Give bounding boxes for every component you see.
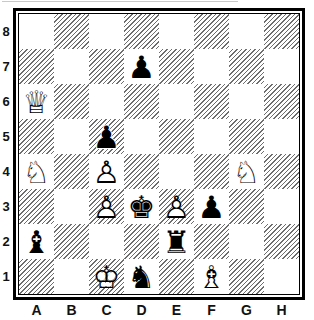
rank-label-8: 8: [0, 14, 12, 49]
black-pawn-glyph: ♟: [89, 121, 124, 152]
black-pawn-glyph: ♟: [194, 191, 229, 222]
board-grid: ♟♛♕♟♞♘♟♙♞♘♟♙♚♟♙♟♝♜♚♔♞♝♗: [19, 14, 299, 294]
file-label-a: A: [19, 301, 54, 318]
white-king: ♚♔: [89, 259, 124, 294]
square-c1[interactable]: ♚♔: [89, 259, 124, 294]
square-g2[interactable]: [229, 224, 264, 259]
square-b8[interactable]: [54, 14, 89, 49]
square-e2[interactable]: ♜: [159, 224, 194, 259]
square-a4[interactable]: ♞♘: [19, 154, 54, 189]
white-pawn-glyph: ♙: [89, 156, 124, 187]
white-pawn: ♟♙: [89, 154, 124, 189]
square-g8[interactable]: [229, 14, 264, 49]
rank-label-4: 4: [0, 154, 12, 189]
square-e8[interactable]: [159, 14, 194, 49]
square-c6[interactable]: [89, 84, 124, 119]
square-h3[interactable]: [264, 189, 299, 224]
square-c8[interactable]: [89, 14, 124, 49]
square-f8[interactable]: [194, 14, 229, 49]
file-label-f: F: [194, 301, 229, 318]
square-d4[interactable]: [124, 154, 159, 189]
black-pawn: ♟: [124, 49, 159, 84]
square-a3[interactable]: [19, 189, 54, 224]
white-pawn: ♟♙: [89, 189, 124, 224]
square-d5[interactable]: [124, 119, 159, 154]
white-queen-glyph: ♕: [19, 86, 54, 117]
square-b3[interactable]: [54, 189, 89, 224]
file-label-e: E: [159, 301, 194, 318]
square-g1[interactable]: [229, 259, 264, 294]
black-bishop: ♝: [19, 224, 54, 259]
black-rook: ♜: [159, 224, 194, 259]
file-label-g: G: [229, 301, 264, 318]
black-pawn: ♟: [89, 119, 124, 154]
square-d8[interactable]: [124, 14, 159, 49]
square-h5[interactable]: [264, 119, 299, 154]
square-b5[interactable]: [54, 119, 89, 154]
square-h2[interactable]: [264, 224, 299, 259]
file-label-h: H: [264, 301, 299, 318]
square-d3[interactable]: ♚: [124, 189, 159, 224]
square-e5[interactable]: [159, 119, 194, 154]
square-h8[interactable]: [264, 14, 299, 49]
board-inner-frame: ♟♛♕♟♞♘♟♙♞♘♟♙♚♟♙♟♝♜♚♔♞♝♗: [18, 13, 300, 295]
rank-label-5: 5: [0, 119, 12, 154]
white-king-glyph: ♔: [89, 261, 124, 292]
rank-labels: 87654321: [0, 14, 12, 294]
square-f3[interactable]: ♟: [194, 189, 229, 224]
white-bishop: ♝♗: [194, 259, 229, 294]
white-knight: ♞♘: [19, 154, 54, 189]
square-h1[interactable]: [264, 259, 299, 294]
black-pawn: ♟: [194, 189, 229, 224]
white-pawn-glyph: ♙: [159, 191, 194, 222]
black-king: ♚: [124, 189, 159, 224]
square-f2[interactable]: [194, 224, 229, 259]
white-knight-glyph: ♘: [19, 156, 54, 187]
chess-diagram: 87654321 ♟♛♕♟♞♘♟♙♞♘♟♙♚♟♙♟♝♜♚♔♞♝♗ ABCDEFG…: [0, 0, 314, 320]
square-h4[interactable]: [264, 154, 299, 189]
black-knight: ♞: [124, 259, 159, 294]
square-h7[interactable]: [264, 49, 299, 84]
square-g6[interactable]: [229, 84, 264, 119]
white-pawn-glyph: ♙: [89, 191, 124, 222]
square-f4[interactable]: [194, 154, 229, 189]
square-d1[interactable]: ♞: [124, 259, 159, 294]
square-d7[interactable]: ♟: [124, 49, 159, 84]
square-h6[interactable]: [264, 84, 299, 119]
square-c4[interactable]: ♟♙: [89, 154, 124, 189]
rank-label-3: 3: [0, 189, 12, 224]
white-knight-glyph: ♘: [229, 156, 264, 187]
square-a5[interactable]: [19, 119, 54, 154]
square-g7[interactable]: [229, 49, 264, 84]
square-d6[interactable]: [124, 84, 159, 119]
square-b6[interactable]: [54, 84, 89, 119]
file-labels: ABCDEFGH: [19, 301, 299, 318]
rank-label-2: 2: [0, 224, 12, 259]
square-f1[interactable]: ♝♗: [194, 259, 229, 294]
square-f7[interactable]: [194, 49, 229, 84]
square-b7[interactable]: [54, 49, 89, 84]
black-king-glyph: ♚: [124, 191, 159, 222]
white-pawn: ♟♙: [159, 189, 194, 224]
black-rook-glyph: ♜: [159, 226, 194, 257]
square-a6[interactable]: ♛♕: [19, 84, 54, 119]
square-a7[interactable]: [19, 49, 54, 84]
square-a8[interactable]: [19, 14, 54, 49]
square-g4[interactable]: ♞♘: [229, 154, 264, 189]
square-d2[interactable]: [124, 224, 159, 259]
square-e7[interactable]: [159, 49, 194, 84]
square-e1[interactable]: [159, 259, 194, 294]
square-e4[interactable]: [159, 154, 194, 189]
square-a1[interactable]: [19, 259, 54, 294]
square-g3[interactable]: [229, 189, 264, 224]
square-c5[interactable]: ♟: [89, 119, 124, 154]
black-bishop-glyph: ♝: [19, 226, 54, 257]
white-bishop-glyph: ♗: [194, 261, 229, 292]
square-e6[interactable]: [159, 84, 194, 119]
rank-label-1: 1: [0, 259, 12, 294]
square-c3[interactable]: ♟♙: [89, 189, 124, 224]
file-label-d: D: [124, 301, 159, 318]
square-c2[interactable]: [89, 224, 124, 259]
black-knight-glyph: ♞: [124, 261, 159, 292]
square-f6[interactable]: [194, 84, 229, 119]
scan-artifact-line: [2, 1, 238, 2]
square-f5[interactable]: [194, 119, 229, 154]
square-e3[interactable]: ♟♙: [159, 189, 194, 224]
white-knight: ♞♘: [229, 154, 264, 189]
square-c7[interactable]: [89, 49, 124, 84]
file-label-b: B: [54, 301, 89, 318]
rank-label-6: 6: [0, 84, 12, 119]
white-queen: ♛♕: [19, 84, 54, 119]
black-pawn-glyph: ♟: [124, 51, 159, 82]
square-g5[interactable]: [229, 119, 264, 154]
square-b2[interactable]: [54, 224, 89, 259]
square-b1[interactable]: [54, 259, 89, 294]
file-label-c: C: [89, 301, 124, 318]
rank-label-7: 7: [0, 49, 12, 84]
board-frame: ♟♛♕♟♞♘♟♙♞♘♟♙♚♟♙♟♝♜♚♔♞♝♗: [13, 8, 305, 300]
square-a2[interactable]: ♝: [19, 224, 54, 259]
square-b4[interactable]: [54, 154, 89, 189]
